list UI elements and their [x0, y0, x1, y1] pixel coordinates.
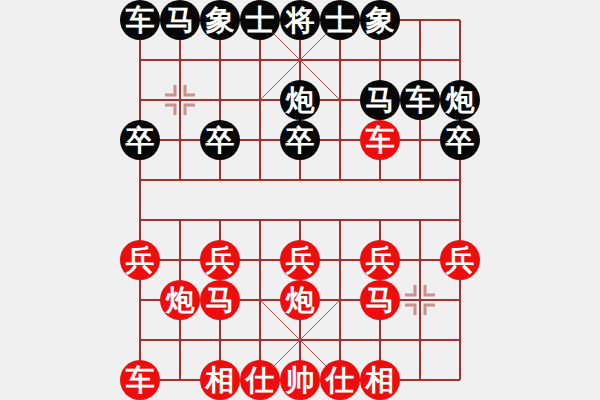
- piece-red-soldier[interactable]: 兵: [440, 240, 480, 280]
- piece-red-elephant[interactable]: 相: [360, 360, 400, 400]
- piece-red-cannon[interactable]: 炮: [160, 280, 200, 320]
- piece-red-general[interactable]: 帅: [280, 360, 320, 400]
- piece-black-horse[interactable]: 马: [160, 0, 200, 40]
- piece-black-cannon[interactable]: 炮: [440, 80, 480, 120]
- piece-black-advisor[interactable]: 士: [320, 0, 360, 40]
- piece-red-horse[interactable]: 马: [200, 280, 240, 320]
- piece-red-elephant[interactable]: 相: [200, 360, 240, 400]
- piece-red-cannon[interactable]: 炮: [280, 280, 320, 320]
- piece-black-chariot[interactable]: 车: [120, 0, 160, 40]
- piece-red-soldier[interactable]: 兵: [120, 240, 160, 280]
- piece-black-horse[interactable]: 马: [360, 80, 400, 120]
- piece-red-horse[interactable]: 马: [360, 280, 400, 320]
- piece-black-elephant[interactable]: 象: [200, 0, 240, 40]
- piece-red-soldier[interactable]: 兵: [280, 240, 320, 280]
- piece-red-chariot[interactable]: 车: [120, 360, 160, 400]
- piece-black-general[interactable]: 将: [280, 0, 320, 40]
- piece-red-advisor[interactable]: 仕: [240, 360, 280, 400]
- piece-black-cannon[interactable]: 炮: [280, 80, 320, 120]
- piece-black-advisor[interactable]: 士: [240, 0, 280, 40]
- piece-black-soldier[interactable]: 卒: [280, 120, 320, 160]
- piece-black-elephant[interactable]: 象: [360, 0, 400, 40]
- piece-black-soldier[interactable]: 卒: [440, 120, 480, 160]
- piece-black-soldier[interactable]: 卒: [120, 120, 160, 160]
- piece-black-chariot[interactable]: 车: [400, 80, 440, 120]
- piece-red-advisor[interactable]: 仕: [320, 360, 360, 400]
- piece-red-soldier[interactable]: 兵: [360, 240, 400, 280]
- piece-red-chariot[interactable]: 车: [360, 120, 400, 160]
- piece-black-soldier[interactable]: 卒: [200, 120, 240, 160]
- xiangqi-board: 车马象士将士象炮马车炮卒卒卒卒车兵兵兵兵兵炮马炮马车相仕帅仕相: [0, 0, 600, 400]
- pieces-layer: 车马象士将士象炮马车炮卒卒卒卒车兵兵兵兵兵炮马炮马车相仕帅仕相: [0, 0, 600, 400]
- piece-red-soldier[interactable]: 兵: [200, 240, 240, 280]
